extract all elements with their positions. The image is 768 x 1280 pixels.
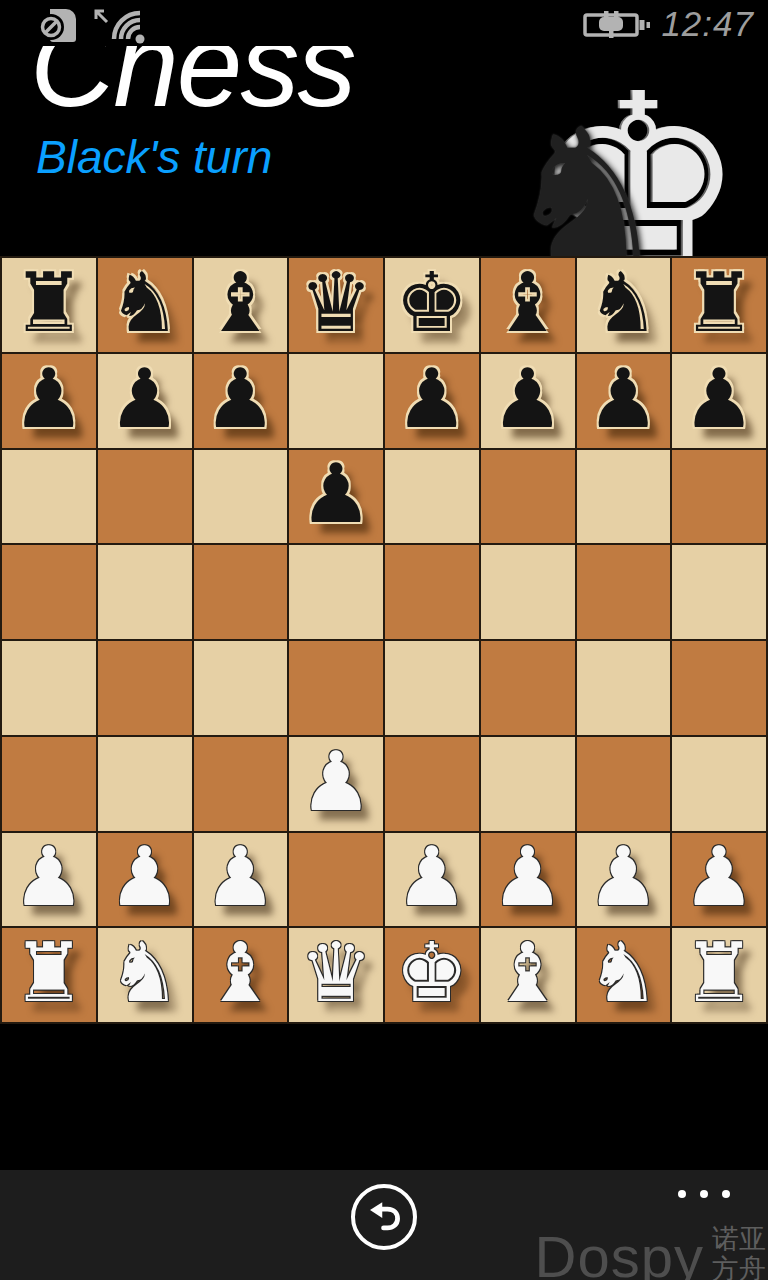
square-h6[interactable] (672, 450, 766, 544)
square-e4[interactable] (385, 641, 479, 735)
square-d1[interactable]: ♛ (289, 928, 383, 1022)
square-g1[interactable]: ♞ (577, 928, 671, 1022)
square-f2[interactable]: ♟ (481, 833, 575, 927)
square-h8[interactable]: ♜ (672, 258, 766, 352)
status-bar: 12:47 (0, 0, 768, 46)
square-f8[interactable]: ♝ (481, 258, 575, 352)
square-h5[interactable] (672, 545, 766, 639)
piece-wb-c1: ♝ (204, 932, 278, 1014)
piece-bb-c8: ♝ (204, 262, 278, 344)
square-c7[interactable]: ♟ (194, 354, 288, 448)
battery-charging-icon (582, 10, 650, 40)
more-button[interactable] (678, 1182, 730, 1206)
square-e5[interactable] (385, 545, 479, 639)
square-a7[interactable]: ♟ (2, 354, 96, 448)
black-knight-art-icon: ♞ (504, 105, 670, 256)
square-g7[interactable]: ♟ (577, 354, 671, 448)
square-c3[interactable] (194, 737, 288, 831)
piece-bp-a7: ♟ (12, 358, 86, 440)
piece-wr-h1: ♜ (682, 932, 756, 1014)
square-e1[interactable]: ♚ (385, 928, 479, 1022)
clock: 12:47 (661, 4, 754, 44)
piece-bn-g8: ♞ (587, 262, 661, 344)
square-a5[interactable] (2, 545, 96, 639)
piece-bp-e7: ♟ (395, 358, 469, 440)
square-f7[interactable]: ♟ (481, 354, 575, 448)
piece-bp-d6: ♟ (299, 453, 373, 535)
chess-app-screen: 12:47 Chess Black's turn ♚ ♞ ♜♞♝♛♚♝♞♜♟♟♟… (0, 0, 768, 1280)
square-b5[interactable] (98, 545, 192, 639)
piece-bb-f8: ♝ (491, 262, 565, 344)
square-b4[interactable] (98, 641, 192, 735)
square-c1[interactable]: ♝ (194, 928, 288, 1022)
square-d6[interactable]: ♟ (289, 450, 383, 544)
piece-wp-d3: ♟ (299, 741, 373, 823)
square-h7[interactable]: ♟ (672, 354, 766, 448)
square-d7[interactable] (289, 354, 383, 448)
square-c5[interactable] (194, 545, 288, 639)
square-b6[interactable] (98, 450, 192, 544)
square-d5[interactable] (289, 545, 383, 639)
square-f1[interactable]: ♝ (481, 928, 575, 1022)
app-bar: Dospy 诺亚 方舟 (0, 1170, 768, 1280)
piece-bp-b7: ♟ (108, 358, 182, 440)
square-d3[interactable]: ♟ (289, 737, 383, 831)
square-c6[interactable] (194, 450, 288, 544)
square-e6[interactable] (385, 450, 479, 544)
square-h3[interactable] (672, 737, 766, 831)
square-f5[interactable] (481, 545, 575, 639)
piece-bn-b8: ♞ (108, 262, 182, 344)
square-a4[interactable] (2, 641, 96, 735)
piece-bk-e8: ♚ (395, 262, 469, 344)
square-b7[interactable]: ♟ (98, 354, 192, 448)
square-g5[interactable] (577, 545, 671, 639)
piece-wq-d1: ♛ (299, 932, 373, 1014)
watermark-cjk: 诺亚 方舟 (712, 1224, 766, 1280)
square-h1[interactable]: ♜ (672, 928, 766, 1022)
square-a2[interactable]: ♟ (2, 833, 96, 927)
square-b8[interactable]: ♞ (98, 258, 192, 352)
square-e7[interactable]: ♟ (385, 354, 479, 448)
piece-bp-h7: ♟ (682, 358, 756, 440)
square-f4[interactable] (481, 641, 575, 735)
square-a8[interactable]: ♜ (2, 258, 96, 352)
square-g6[interactable] (577, 450, 671, 544)
piece-wk-e1: ♚ (395, 932, 469, 1014)
piece-wp-h2: ♟ (682, 836, 756, 918)
piece-wn-g1: ♞ (587, 932, 661, 1014)
sim-blocked-icon (36, 5, 80, 45)
square-a6[interactable] (2, 450, 96, 544)
square-d4[interactable] (289, 641, 383, 735)
piece-wp-a2: ♟ (12, 836, 86, 918)
back-button[interactable] (351, 1184, 417, 1250)
square-c2[interactable]: ♟ (194, 833, 288, 927)
square-d8[interactable]: ♛ (289, 258, 383, 352)
square-e8[interactable]: ♚ (385, 258, 479, 352)
piece-br-h8: ♜ (682, 262, 756, 344)
piece-bq-d8: ♛ (299, 262, 373, 344)
piece-wb-f1: ♝ (491, 932, 565, 1014)
square-h4[interactable] (672, 641, 766, 735)
square-e3[interactable] (385, 737, 479, 831)
piece-wr-a1: ♜ (12, 932, 86, 1014)
piece-br-a8: ♜ (12, 262, 86, 344)
undo-arrow-icon (363, 1196, 405, 1238)
watermark-brand: Dospy (535, 1228, 704, 1280)
square-f6[interactable] (481, 450, 575, 544)
piece-bp-g7: ♟ (587, 358, 661, 440)
dot-icon (700, 1190, 708, 1198)
square-g3[interactable] (577, 737, 671, 831)
chess-board: ♜♞♝♛♚♝♞♜♟♟♟♟♟♟♟♟♟♟♟♟♟♟♟♟♜♞♝♛♚♝♞♜ (0, 256, 768, 1024)
square-d2[interactable] (289, 833, 383, 927)
square-b2[interactable]: ♟ (98, 833, 192, 927)
square-b1[interactable]: ♞ (98, 928, 192, 1022)
square-g4[interactable] (577, 641, 671, 735)
piece-wp-f2: ♟ (491, 836, 565, 918)
piece-wp-c2: ♟ (204, 836, 278, 918)
piece-wp-g2: ♟ (587, 836, 661, 918)
decorative-pieces-image: ♚ ♞ (500, 36, 768, 256)
dot-icon (722, 1190, 730, 1198)
square-g2[interactable]: ♟ (577, 833, 671, 927)
piece-wn-b1: ♞ (108, 932, 182, 1014)
square-b3[interactable] (98, 737, 192, 831)
piece-bp-c7: ♟ (204, 358, 278, 440)
watermark: Dospy 诺亚 方舟 (535, 1224, 766, 1280)
dot-icon (678, 1190, 686, 1198)
piece-wp-e2: ♟ (395, 836, 469, 918)
square-a3[interactable] (2, 737, 96, 831)
wifi-share-icon (88, 5, 154, 47)
square-h2[interactable]: ♟ (672, 833, 766, 927)
square-f3[interactable] (481, 737, 575, 831)
square-c4[interactable] (194, 641, 288, 735)
piece-bp-f7: ♟ (491, 358, 565, 440)
square-a1[interactable]: ♜ (2, 928, 96, 1022)
piece-wp-b2: ♟ (108, 836, 182, 918)
turn-indicator: Black's turn (36, 130, 272, 184)
square-c8[interactable]: ♝ (194, 258, 288, 352)
square-e2[interactable]: ♟ (385, 833, 479, 927)
square-g8[interactable]: ♞ (577, 258, 671, 352)
